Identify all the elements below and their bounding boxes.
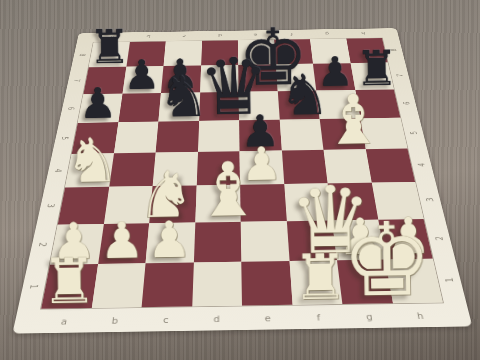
file-labels-bottom: abcdefgh xyxy=(37,309,447,328)
white-knight-a4[interactable]: ♞ xyxy=(64,136,108,187)
square-b6[interactable] xyxy=(118,93,161,122)
file-label-top-a: a xyxy=(94,34,131,40)
square-f1[interactable]: ♜ xyxy=(289,260,342,305)
square-d3[interactable]: ♝ xyxy=(195,185,241,222)
square-d2[interactable] xyxy=(193,222,241,263)
square-f6[interactable]: ♞ xyxy=(277,90,319,119)
white-pawn-c2[interactable]: ♟ xyxy=(145,220,193,262)
file-label-g: g xyxy=(343,310,396,324)
file-label-e: e xyxy=(242,311,293,325)
rank-label-left-1: 1 xyxy=(5,279,63,294)
rank-label-right-5: 5 xyxy=(389,128,438,138)
file-label-top-g: g xyxy=(309,31,346,37)
file-label-top-d: d xyxy=(202,32,238,38)
square-c1[interactable] xyxy=(142,262,194,307)
file-label-top-b: b xyxy=(130,33,166,39)
rank-label-left-8: 8 xyxy=(61,51,104,59)
square-e1[interactable] xyxy=(241,261,292,306)
photo-scene: abcdefgh abcdefgh 87654321 87654321 ♜♟♟♚… xyxy=(0,0,480,360)
file-label-f: f xyxy=(293,310,345,324)
file-label-h: h xyxy=(394,309,448,323)
rank-label-left-2: 2 xyxy=(15,238,70,251)
rank-label-left-5: 5 xyxy=(41,133,90,143)
square-c6[interactable]: ♞ xyxy=(158,92,199,121)
rank-label-left-3: 3 xyxy=(24,200,77,212)
square-g5[interactable]: ♝ xyxy=(320,118,366,150)
rank-label-left-4: 4 xyxy=(33,165,84,176)
file-label-a: a xyxy=(37,314,90,328)
square-c5[interactable] xyxy=(156,121,199,153)
file-label-d: d xyxy=(191,312,242,326)
white-pawn-b2[interactable]: ♟ xyxy=(97,221,145,263)
black-pawn-b7[interactable]: ♟ xyxy=(122,59,161,93)
file-label-b: b xyxy=(89,314,141,328)
rank-label-right-4: 4 xyxy=(396,159,447,170)
black-knight-f6[interactable]: ♞ xyxy=(279,72,320,119)
file-label-top-c: c xyxy=(166,33,202,39)
chess-mat: abcdefgh abcdefgh 87654321 87654321 ♜♟♟♚… xyxy=(12,28,472,333)
file-label-c: c xyxy=(140,313,192,327)
square-d1[interactable] xyxy=(192,262,242,307)
file-label-top-e: e xyxy=(238,32,274,38)
white-bishop-d3[interactable]: ♝ xyxy=(194,159,241,221)
rank-label-left-6: 6 xyxy=(48,103,95,113)
rank-label-right-1: 1 xyxy=(420,273,479,287)
square-c2[interactable]: ♟ xyxy=(146,222,195,263)
square-b2[interactable]: ♟ xyxy=(98,223,149,264)
square-e2[interactable] xyxy=(241,221,289,262)
rank-label-right-3: 3 xyxy=(403,194,456,206)
rank-label-right-7: 7 xyxy=(377,71,422,80)
white-king-g1[interactable]: ♚ xyxy=(341,219,392,303)
square-b1[interactable] xyxy=(91,263,145,308)
white-rook-f1[interactable]: ♜ xyxy=(291,251,342,303)
file-label-top-h: h xyxy=(345,30,382,36)
rank-label-right-2: 2 xyxy=(411,231,467,244)
square-b5[interactable] xyxy=(114,122,159,154)
rank-label-right-8: 8 xyxy=(372,46,415,54)
rank-label-right-6: 6 xyxy=(383,98,430,108)
white-bishop-g5[interactable]: ♝ xyxy=(322,92,365,149)
square-f5[interactable] xyxy=(279,119,323,151)
rank-label-left-7: 7 xyxy=(55,76,100,85)
black-knight-c6[interactable]: ♞ xyxy=(158,74,199,121)
file-label-top-f: f xyxy=(273,31,309,37)
